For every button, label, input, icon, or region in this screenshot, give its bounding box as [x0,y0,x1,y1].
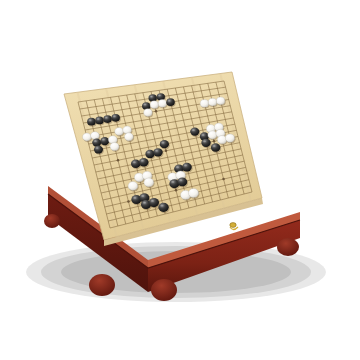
stone-highlight [141,160,144,162]
black-stone [111,114,120,122]
white-stone [144,109,153,117]
stone-highlight [168,100,171,102]
stone-highlight [141,195,144,197]
black-stone [103,115,112,123]
stone-highlight [213,145,216,147]
stone-highlight [203,140,206,142]
black-stone [160,140,169,148]
black-stone [100,137,109,145]
white-stone [128,182,138,191]
stone-highlight [179,179,182,181]
stone-highlight [102,139,105,141]
stone-highlight [150,96,153,98]
stone-highlight [158,95,161,97]
white-stone [208,131,217,139]
bun-foot [151,279,177,301]
stone-highlight [89,119,92,121]
black-stone [87,118,96,126]
black-stone [211,143,220,151]
hoshi-point [117,159,120,162]
black-stone [157,93,165,100]
white-stone [200,100,209,108]
bun-foot [89,274,115,296]
black-stone [153,148,162,156]
white-stone [124,133,133,141]
white-stone [150,101,158,109]
stone-highlight [176,166,179,168]
hoshi-point [213,140,216,143]
stone-highlight [133,197,136,199]
drawer-knob [230,223,236,228]
stone-highlight [202,134,205,136]
white-stone [208,98,217,106]
black-stone [94,145,103,153]
stone-highlight [171,181,174,183]
white-stone [144,178,154,187]
white-stone [188,188,198,197]
stone-highlight [161,142,164,144]
hoshi-point [155,110,158,113]
stone-highlight [192,129,195,131]
black-stone [145,150,154,158]
stone-highlight [96,147,99,149]
white-stone [91,132,100,140]
stone-highlight [184,165,187,167]
white-stone [158,100,166,108]
black-stone [149,94,157,101]
white-stone [216,97,225,105]
black-stone [166,98,174,106]
go-board [0,0,360,360]
hoshi-point [165,150,168,153]
black-stone [95,117,104,125]
black-stone [190,128,199,136]
black-stone [92,139,101,147]
stone-highlight [160,205,163,207]
hoshi-point [175,189,178,192]
stone-highlight [155,150,158,152]
go-board-photo [0,0,360,360]
stone-highlight [113,116,116,118]
white-stone [217,135,226,143]
black-stone [149,198,159,207]
black-stone [131,160,140,168]
hoshi-point [127,200,130,203]
stone-highlight [151,200,154,202]
black-stone [139,158,148,166]
hoshi-point [222,178,225,181]
stone-highlight [147,152,150,154]
white-stone [115,127,124,135]
white-stone [82,133,91,141]
black-stone [182,163,192,172]
black-stone [177,177,187,186]
bun-foot [277,238,299,256]
black-stone [158,203,168,212]
white-stone [225,134,234,142]
stone-highlight [94,140,97,142]
black-stone [201,139,210,147]
bun-foot [44,214,60,228]
black-stone [142,102,150,110]
stone-highlight [105,117,108,119]
stone-highlight [144,104,147,106]
stone-highlight [143,202,146,204]
stone-highlight [97,118,100,120]
white-stone [110,142,119,150]
stone-highlight [133,161,136,163]
